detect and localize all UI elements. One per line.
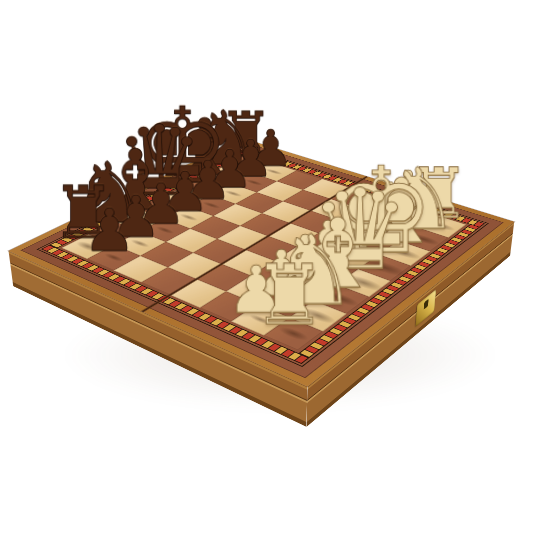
square-a6[interactable] <box>114 256 168 283</box>
product-photo-stage: ♜♟♞♟♝♟♚♟♛♟♟♝♜♟♟♞♞♟♟♜♝♟♟♚♟♛♟♝♟♞♟♜ <box>0 0 560 560</box>
piece-black-p-a7[interactable]: ♟ <box>36 201 182 259</box>
piece-white-r-a1[interactable]: ♜ <box>207 254 372 337</box>
clasp-keyhole <box>424 299 429 310</box>
